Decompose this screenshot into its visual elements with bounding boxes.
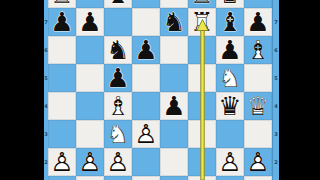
piece-white-pawn-d3[interactable]: ♟♙ <box>132 120 160 148</box>
piece-black-pawn-a7[interactable]: ♟ <box>48 8 76 36</box>
square-b2[interactable]: ♟♙ <box>76 148 104 176</box>
pawn-outline-icon: ♙ <box>104 148 132 176</box>
square-h1[interactable] <box>244 176 272 180</box>
rank-label-3: 3 <box>273 132 279 137</box>
square-g4[interactable]: ♛ <box>216 92 244 120</box>
bishop-icon: ♝ <box>104 0 132 8</box>
square-d7[interactable] <box>132 8 160 36</box>
square-d2[interactable] <box>132 148 160 176</box>
piece-white-bishop-c4[interactable]: ♝♗ <box>104 92 132 120</box>
bishop-icon: ♝ <box>216 8 244 36</box>
square-h2[interactable]: ♟♙ <box>244 148 272 176</box>
square-g2[interactable]: ♟♙ <box>216 148 244 176</box>
bishop-outline-icon: ♗ <box>104 92 132 120</box>
pawn-outline-icon: ♙ <box>48 148 76 176</box>
square-g7[interactable]: ♝ <box>216 8 244 36</box>
piece-white-king-g1[interactable]: ♚♔ <box>216 176 244 180</box>
square-c2[interactable]: ♟♙ <box>104 148 132 176</box>
piece-white-pawn-b2[interactable]: ♟♙ <box>76 148 104 176</box>
piece-white-knight-c3[interactable]: ♞♘ <box>104 120 132 148</box>
square-a5[interactable] <box>48 64 76 92</box>
pawn-icon: ♟ <box>48 8 76 36</box>
square-g6[interactable]: ♟ <box>216 36 244 64</box>
queen-outline-icon: ♕ <box>244 92 272 120</box>
pawn-icon: ♟ <box>76 8 104 36</box>
rank-label-2: 2 <box>273 160 279 165</box>
square-g5[interactable]: ♞♘ <box>216 64 244 92</box>
square-e6[interactable] <box>160 36 188 64</box>
knight-icon: ♞ <box>104 36 132 64</box>
pawn-icon: ♟ <box>132 36 160 64</box>
piece-white-pawn-c2[interactable]: ♟♙ <box>104 148 132 176</box>
arrow-head <box>197 20 208 31</box>
square-e1[interactable] <box>160 176 188 180</box>
rank-label-4: 4 <box>273 104 279 109</box>
square-e7[interactable]: ♞ <box>160 8 188 36</box>
piece-black-knight-e7[interactable]: ♞ <box>160 8 188 36</box>
square-d8[interactable] <box>132 0 160 8</box>
piece-black-bishop-c8[interactable]: ♝ <box>104 0 132 8</box>
bishop-outline-icon: ♗ <box>244 36 272 64</box>
square-h4[interactable]: ♛♕ <box>244 92 272 120</box>
square-a1[interactable]: ♜♖ <box>48 176 76 180</box>
square-h3[interactable] <box>244 120 272 148</box>
knight-outline-icon: ♘ <box>216 64 244 92</box>
square-e2[interactable] <box>160 148 188 176</box>
video-frame: 765432 ♜♝♜♚♟♟♞♜♖♝♟♞♟♟♝♗♟♞♘♝♗♟♛♛♕♞♘♟♙♟♙♟♙… <box>0 0 320 180</box>
square-c3[interactable]: ♞♘ <box>104 120 132 148</box>
rank-label-6: 6 <box>273 48 279 53</box>
pawn-icon: ♟ <box>216 36 244 64</box>
square-b3[interactable] <box>76 120 104 148</box>
square-a4[interactable] <box>48 92 76 120</box>
square-b4[interactable] <box>76 92 104 120</box>
square-b7[interactable]: ♟ <box>76 8 104 36</box>
pawn-outline-icon: ♙ <box>216 148 244 176</box>
piece-white-bishop-h6[interactable]: ♝♗ <box>244 36 272 64</box>
pawn-icon: ♟ <box>160 92 188 120</box>
square-c7[interactable] <box>104 8 132 36</box>
square-b1[interactable] <box>76 176 104 180</box>
pawn-outline-icon: ♙ <box>244 148 272 176</box>
square-c1[interactable] <box>104 176 132 180</box>
square-a6[interactable] <box>48 36 76 64</box>
rank-label-7: 7 <box>273 20 279 25</box>
square-a7[interactable]: ♟ <box>48 8 76 36</box>
square-h7[interactable]: ♟ <box>244 8 272 36</box>
piece-black-pawn-d6[interactable]: ♟ <box>132 36 160 64</box>
square-c5[interactable]: ♟ <box>104 64 132 92</box>
square-d1[interactable] <box>132 176 160 180</box>
piece-white-pawn-h2[interactable]: ♟♙ <box>244 148 272 176</box>
piece-black-pawn-h7[interactable]: ♟ <box>244 8 272 36</box>
queen-icon: ♛ <box>216 92 244 120</box>
pawn-icon: ♟ <box>104 64 132 92</box>
piece-black-knight-c6[interactable]: ♞ <box>104 36 132 64</box>
knight-icon: ♞ <box>160 8 188 36</box>
piece-black-pawn-e4[interactable]: ♟ <box>160 92 188 120</box>
square-c8[interactable]: ♝ <box>104 0 132 8</box>
piece-white-pawn-g2[interactable]: ♟♙ <box>216 148 244 176</box>
knight-outline-icon: ♘ <box>104 120 132 148</box>
rank-labels-right: 765432 <box>272 0 279 180</box>
pawn-outline-icon: ♙ <box>132 120 160 148</box>
square-c6[interactable]: ♞ <box>104 36 132 64</box>
square-g1[interactable]: ♚♔ <box>216 176 244 180</box>
piece-black-pawn-g6[interactable]: ♟ <box>216 36 244 64</box>
square-e3[interactable] <box>160 120 188 148</box>
square-d6[interactable]: ♟ <box>132 36 160 64</box>
square-d4[interactable] <box>132 92 160 120</box>
rook-outline-icon: ♖ <box>48 176 76 180</box>
piece-white-rook-a1[interactable]: ♜♖ <box>48 176 76 180</box>
chess-board[interactable]: ♜♝♜♚♟♟♞♜♖♝♟♞♟♟♝♗♟♞♘♝♗♟♛♛♕♞♘♟♙♟♙♟♙♟♙♟♙♟♙♜… <box>48 0 272 180</box>
piece-white-knight-g5[interactable]: ♞♘ <box>216 64 244 92</box>
pawn-outline-icon: ♙ <box>76 148 104 176</box>
square-b6[interactable] <box>76 36 104 64</box>
square-e5[interactable] <box>160 64 188 92</box>
piece-black-pawn-c5[interactable]: ♟ <box>104 64 132 92</box>
king-outline-icon: ♔ <box>216 176 244 180</box>
square-h6[interactable]: ♝♗ <box>244 36 272 64</box>
square-b5[interactable] <box>76 64 104 92</box>
last-move-arrow <box>194 16 211 180</box>
arrow-stem <box>201 30 204 180</box>
piece-white-pawn-a2[interactable]: ♟♙ <box>48 148 76 176</box>
square-e4[interactable]: ♟ <box>160 92 188 120</box>
square-a3[interactable] <box>48 120 76 148</box>
piece-black-queen-g4[interactable]: ♛ <box>216 92 244 120</box>
piece-black-bishop-g7[interactable]: ♝ <box>216 8 244 36</box>
pawn-icon: ♟ <box>244 8 272 36</box>
piece-black-pawn-b7[interactable]: ♟ <box>76 8 104 36</box>
square-d3[interactable]: ♟♙ <box>132 120 160 148</box>
square-c4[interactable]: ♝♗ <box>104 92 132 120</box>
square-g3[interactable] <box>216 120 244 148</box>
square-a2[interactable]: ♟♙ <box>48 148 76 176</box>
square-h5[interactable] <box>244 64 272 92</box>
rank-label-5: 5 <box>273 76 279 81</box>
square-d5[interactable] <box>132 64 160 92</box>
piece-white-queen-h4[interactable]: ♛♕ <box>244 92 272 120</box>
